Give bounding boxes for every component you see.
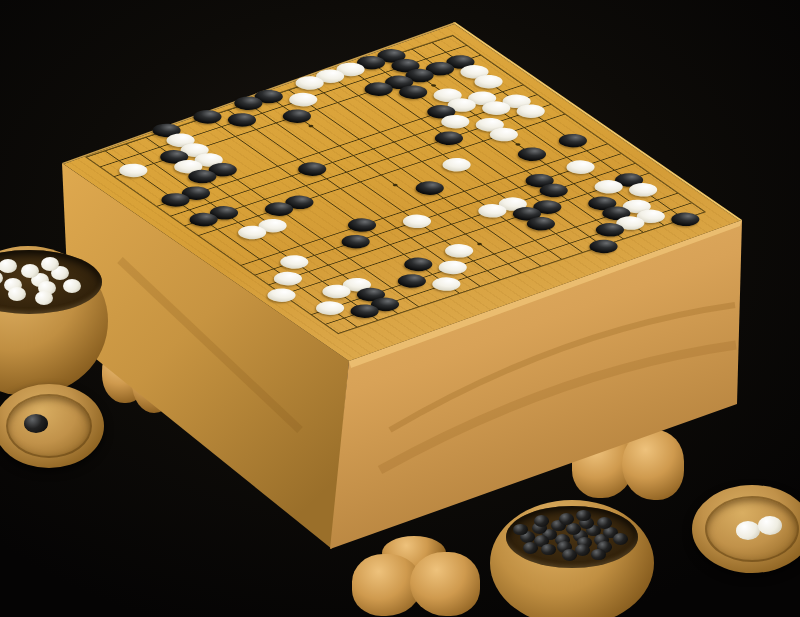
black-bowl-stone[interactable] (534, 515, 549, 527)
white-stone[interactable]: ○ (440, 241, 479, 260)
black-bowl-stone[interactable] (576, 510, 591, 522)
black-stone[interactable]: ● (429, 129, 468, 148)
black-bowl-stone[interactable] (541, 544, 556, 556)
black-bowl-stone[interactable] (591, 549, 606, 561)
black-stone-bowl (490, 500, 654, 617)
white-bowl-stone[interactable] (41, 257, 59, 271)
white-bowl-stone[interactable] (0, 271, 3, 285)
captured-white-stone[interactable] (736, 521, 760, 540)
black-stone[interactable]: ● (336, 232, 375, 251)
hoshi-point (514, 143, 521, 146)
black-stone[interactable]: ● (293, 160, 332, 179)
bowl-opening (506, 506, 638, 568)
white-bowl-stone[interactable] (63, 279, 81, 293)
white-stone[interactable]: ○ (268, 269, 307, 288)
black-stone[interactable]: ● (512, 145, 551, 164)
white-stone[interactable]: ○ (311, 299, 350, 318)
black-stone[interactable]: ● (553, 131, 592, 150)
white-stone[interactable]: ○ (397, 212, 436, 231)
black-bowl-stone[interactable] (559, 513, 574, 525)
go-scene: ●○○○○●●○●●○○○○○○●●●○○○○●●●○●●●●○●●●○●●●●… (0, 0, 800, 617)
black-stone[interactable]: ● (399, 255, 438, 274)
black-stone[interactable]: ● (392, 272, 431, 291)
black-stone[interactable]: ● (343, 216, 382, 235)
black-bowl-stone[interactable] (613, 533, 628, 545)
white-stone-bowl (0, 246, 108, 396)
black-stone[interactable]: ● (410, 179, 449, 198)
white-bowl-stone[interactable] (8, 287, 26, 301)
captured-black-stone[interactable] (24, 414, 48, 433)
bowl-lid-right (692, 485, 800, 573)
white-bowl-stone[interactable] (35, 291, 53, 305)
black-bowl-stone[interactable] (562, 549, 577, 561)
black-bowl-stone[interactable] (523, 542, 538, 554)
white-stone[interactable]: ○ (437, 155, 476, 174)
hoshi-point (392, 183, 399, 186)
white-stone[interactable]: ○ (114, 161, 153, 180)
white-stone[interactable]: ○ (561, 158, 600, 177)
hoshi-point (476, 242, 483, 245)
hoshi-point (430, 84, 437, 87)
hoshi-point (307, 124, 314, 127)
black-bowl-stone[interactable] (597, 517, 612, 529)
black-bowl-stone[interactable] (575, 544, 590, 556)
black-stone[interactable]: ● (222, 111, 261, 130)
white-stone[interactable]: ○ (284, 90, 323, 109)
white-bowl-stone[interactable] (0, 259, 17, 273)
white-stone[interactable]: ○ (427, 275, 466, 294)
captured-white-stone[interactable] (758, 516, 782, 535)
white-stone[interactable]: ○ (433, 258, 472, 277)
white-stone[interactable]: ○ (275, 253, 314, 272)
black-stone[interactable]: ● (277, 107, 316, 126)
bowl-lid-left (0, 384, 104, 468)
